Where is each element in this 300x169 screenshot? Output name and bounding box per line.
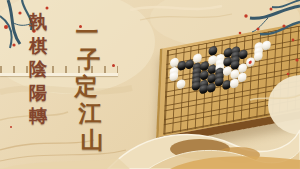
branch-top-right: [239, 0, 300, 75]
petal-dot: [79, 25, 82, 28]
main-title-char: 子: [72, 45, 106, 72]
blossom: [287, 73, 290, 76]
sub-title-char: 棋: [24, 34, 52, 58]
blossom: [257, 28, 260, 31]
blossom: [295, 58, 298, 61]
main-title-char: 定: [69, 72, 103, 99]
blossom: [18, 11, 21, 14]
sub-title-char: 轉: [24, 104, 52, 128]
sub-title-vertical: 執 棋 陰 陽 轉: [24, 10, 52, 128]
blossom: [4, 25, 8, 29]
blossom: [270, 8, 273, 11]
sub-title-char: 陽: [24, 81, 52, 105]
main-title-char: 江: [73, 99, 107, 126]
main-title-char: 一: [70, 18, 104, 45]
petal-dot: [10, 126, 12, 128]
main-title-vertical: 一 子 定 江 山: [70, 18, 104, 153]
blossom: [239, 32, 242, 35]
sub-title-char: 執: [24, 10, 52, 34]
main-title-char: 山: [75, 126, 109, 153]
blossom: [292, 39, 295, 42]
blossom: [244, 14, 247, 17]
blossom: [12, 43, 15, 46]
petal-dot: [112, 64, 115, 67]
blossom: [282, 24, 285, 27]
splash-screen: 一 子 定 江 山 執 棋 陰 陽 轉: [0, 0, 300, 169]
sub-title-char: 陰: [24, 57, 52, 81]
